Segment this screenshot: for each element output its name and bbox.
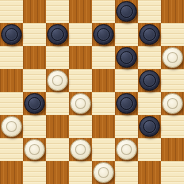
square-g5[interactable] <box>138 69 161 92</box>
white-man-piece[interactable] <box>47 70 68 91</box>
square-d8[interactable] <box>69 0 92 23</box>
square-f4[interactable] <box>115 92 138 115</box>
square-h7 <box>161 23 184 46</box>
square-b2[interactable] <box>23 138 46 161</box>
square-f8[interactable] <box>115 0 138 23</box>
square-b3 <box>23 115 46 138</box>
white-man-piece[interactable] <box>24 139 45 160</box>
square-h4[interactable] <box>161 92 184 115</box>
white-man-piece[interactable] <box>70 139 91 160</box>
black-man-piece[interactable] <box>116 1 137 22</box>
black-man-piece[interactable] <box>116 47 137 68</box>
square-f6[interactable] <box>115 46 138 69</box>
square-g6 <box>138 46 161 69</box>
square-h1 <box>161 161 184 184</box>
square-a8 <box>0 0 23 23</box>
square-h3 <box>161 115 184 138</box>
checkers-board <box>0 0 184 184</box>
black-man-piece[interactable] <box>1 24 22 45</box>
square-e2 <box>92 138 115 161</box>
square-f7 <box>115 23 138 46</box>
square-h8[interactable] <box>161 0 184 23</box>
square-c4 <box>46 92 69 115</box>
square-e5[interactable] <box>92 69 115 92</box>
black-man-piece[interactable] <box>116 93 137 114</box>
square-g2 <box>138 138 161 161</box>
square-f3 <box>115 115 138 138</box>
black-man-piece[interactable] <box>47 24 68 45</box>
white-man-piece[interactable] <box>70 93 91 114</box>
white-man-piece[interactable] <box>93 162 114 183</box>
black-man-piece[interactable] <box>139 116 160 137</box>
square-f1 <box>115 161 138 184</box>
square-c1[interactable] <box>46 161 69 184</box>
square-h6[interactable] <box>161 46 184 69</box>
square-a6 <box>0 46 23 69</box>
square-d5 <box>69 69 92 92</box>
square-a5[interactable] <box>0 69 23 92</box>
square-c3[interactable] <box>46 115 69 138</box>
square-d4[interactable] <box>69 92 92 115</box>
square-g4 <box>138 92 161 115</box>
square-c6 <box>46 46 69 69</box>
square-e7[interactable] <box>92 23 115 46</box>
square-b6[interactable] <box>23 46 46 69</box>
square-f5 <box>115 69 138 92</box>
square-a2 <box>0 138 23 161</box>
white-man-piece[interactable] <box>162 93 183 114</box>
square-e1[interactable] <box>92 161 115 184</box>
square-c8 <box>46 0 69 23</box>
square-f2[interactable] <box>115 138 138 161</box>
square-c2 <box>46 138 69 161</box>
square-b8[interactable] <box>23 0 46 23</box>
square-e6 <box>92 46 115 69</box>
square-h2[interactable] <box>161 138 184 161</box>
black-man-piece[interactable] <box>139 24 160 45</box>
square-b7 <box>23 23 46 46</box>
black-man-piece[interactable] <box>93 24 114 45</box>
square-e4 <box>92 92 115 115</box>
black-man-piece[interactable] <box>139 70 160 91</box>
square-g1[interactable] <box>138 161 161 184</box>
square-e3[interactable] <box>92 115 115 138</box>
white-man-piece[interactable] <box>1 116 22 137</box>
square-a1[interactable] <box>0 161 23 184</box>
square-b4[interactable] <box>23 92 46 115</box>
square-b5 <box>23 69 46 92</box>
square-b1 <box>23 161 46 184</box>
white-man-piece[interactable] <box>162 47 183 68</box>
square-d6[interactable] <box>69 46 92 69</box>
square-c5[interactable] <box>46 69 69 92</box>
square-e8 <box>92 0 115 23</box>
square-d1 <box>69 161 92 184</box>
square-d7 <box>69 23 92 46</box>
square-a7[interactable] <box>0 23 23 46</box>
square-c7[interactable] <box>46 23 69 46</box>
square-h5 <box>161 69 184 92</box>
square-g3[interactable] <box>138 115 161 138</box>
square-d3 <box>69 115 92 138</box>
black-man-piece[interactable] <box>24 93 45 114</box>
square-g8 <box>138 0 161 23</box>
square-a4 <box>0 92 23 115</box>
square-g7[interactable] <box>138 23 161 46</box>
square-a3[interactable] <box>0 115 23 138</box>
white-man-piece[interactable] <box>116 139 137 160</box>
square-d2[interactable] <box>69 138 92 161</box>
